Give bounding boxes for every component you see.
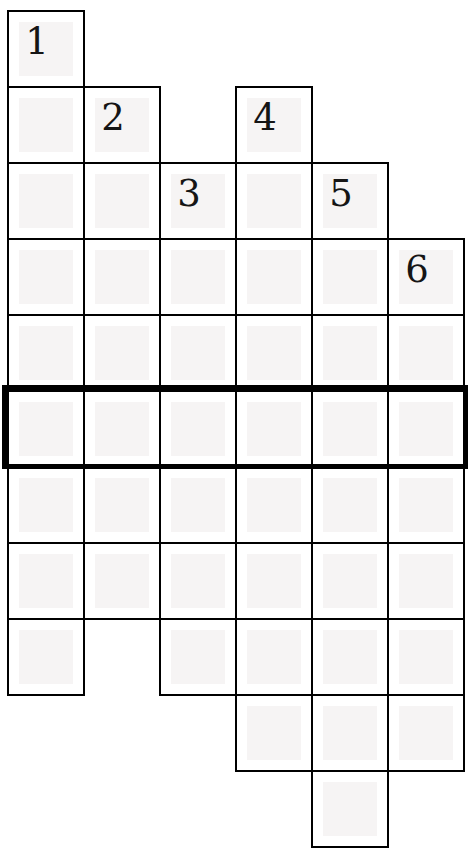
clue-number-3: 3 (177, 175, 201, 212)
grid-cell-r9c4[interactable] (235, 618, 313, 696)
grid-cell-r7c4[interactable] (235, 466, 313, 544)
grid-cell-r9c3[interactable] (159, 618, 237, 696)
grid-cell-r4c6[interactable]: 6 (387, 238, 465, 316)
grid-cell-r5c2[interactable] (83, 314, 161, 392)
grid-cell-r8c6[interactable] (387, 542, 465, 620)
grid-cell-r7c3[interactable] (159, 466, 237, 544)
clue-number-2: 2 (101, 99, 125, 136)
grid-cell-r7c2[interactable] (83, 466, 161, 544)
grid-cell-r8c5[interactable] (311, 542, 389, 620)
crossword-board: 124356 (0, 0, 470, 850)
grid-cell-r6c2[interactable] (83, 390, 161, 468)
grid-cell-r7c1[interactable] (7, 466, 85, 544)
grid-cell-r7c5[interactable] (311, 466, 389, 544)
grid-cell-r11c5[interactable] (311, 770, 389, 848)
grid-cell-r9c6[interactable] (387, 618, 465, 696)
grid-cell-r3c2[interactable] (83, 162, 161, 240)
grid-cell-r7c6[interactable] (387, 466, 465, 544)
grid-cell-r9c1[interactable] (7, 618, 85, 696)
grid-cell-r2c1[interactable] (7, 86, 85, 164)
grid-cell-r3c1[interactable] (7, 162, 85, 240)
grid-cell-r6c4[interactable] (235, 390, 313, 468)
grid-cell-r8c1[interactable] (7, 542, 85, 620)
grid-cell-r1c1[interactable]: 1 (7, 10, 85, 88)
grid-cell-r2c2[interactable]: 2 (83, 86, 161, 164)
grid-cell-r4c3[interactable] (159, 238, 237, 316)
grid-cell-r5c6[interactable] (387, 314, 465, 392)
grid-cell-r4c1[interactable] (7, 238, 85, 316)
grid-cell-r5c1[interactable] (7, 314, 85, 392)
grid-cell-r10c4[interactable] (235, 694, 313, 772)
grid-cell-r4c5[interactable] (311, 238, 389, 316)
grid-cell-r6c3[interactable] (159, 390, 237, 468)
grid-cell-r5c5[interactable] (311, 314, 389, 392)
clue-number-6: 6 (405, 251, 429, 288)
grid-cell-r10c6[interactable] (387, 694, 465, 772)
grid-cell-r3c3[interactable]: 3 (159, 162, 237, 240)
grid-cell-r6c5[interactable] (311, 390, 389, 468)
grid-cell-r8c3[interactable] (159, 542, 237, 620)
grid-cell-r8c4[interactable] (235, 542, 313, 620)
grid-cell-r3c5[interactable]: 5 (311, 162, 389, 240)
clue-number-4: 4 (253, 99, 277, 136)
grid-cell-r3c4[interactable] (235, 162, 313, 240)
grid-cell-r5c4[interactable] (235, 314, 313, 392)
grid-cell-r2c4[interactable]: 4 (235, 86, 313, 164)
grid-cell-r10c5[interactable] (311, 694, 389, 772)
clue-number-5: 5 (329, 175, 353, 212)
grid-cell-r5c3[interactable] (159, 314, 237, 392)
grid-cell-r4c4[interactable] (235, 238, 313, 316)
clue-number-1: 1 (25, 23, 49, 60)
grid-cell-r8c2[interactable] (83, 542, 161, 620)
grid-cell-r6c6[interactable] (387, 390, 465, 468)
grid-cell-r6c1[interactable] (7, 390, 85, 468)
grid-cell-r4c2[interactable] (83, 238, 161, 316)
grid-cell-r9c5[interactable] (311, 618, 389, 696)
